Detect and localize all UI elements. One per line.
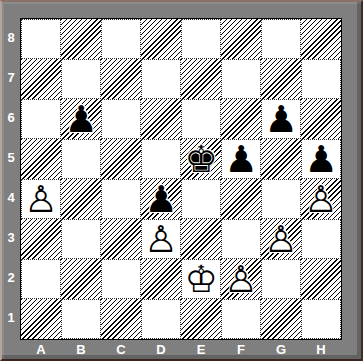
board: ♟♟♚♟♟♟♙♟♟♙♟♙♟♙♚♔♟♙ bbox=[20, 18, 342, 340]
white-pawn[interactable]: ♟♙ bbox=[304, 181, 337, 218]
square-c4[interactable] bbox=[101, 179, 141, 219]
square-d1[interactable] bbox=[141, 299, 181, 339]
square-c7[interactable] bbox=[101, 59, 141, 99]
square-c5[interactable] bbox=[101, 139, 141, 179]
square-g8[interactable] bbox=[261, 19, 301, 59]
file-label-h: H bbox=[301, 341, 341, 359]
square-d3[interactable]: ♟♙ bbox=[141, 219, 181, 259]
white-pawn-outline: ♙ bbox=[304, 178, 337, 221]
white-pawn[interactable]: ♟♙ bbox=[264, 221, 297, 258]
white-pawn-outline: ♙ bbox=[144, 218, 177, 261]
black-pawn[interactable]: ♟ bbox=[64, 101, 97, 138]
square-e5[interactable]: ♚ bbox=[181, 139, 221, 179]
square-f7[interactable] bbox=[221, 59, 261, 99]
square-b4[interactable] bbox=[61, 179, 101, 219]
square-b1[interactable] bbox=[61, 299, 101, 339]
square-b6[interactable]: ♟ bbox=[61, 99, 101, 139]
square-e6[interactable] bbox=[181, 99, 221, 139]
square-a6[interactable] bbox=[21, 99, 61, 139]
rank-label-5: 5 bbox=[2, 138, 20, 178]
square-g7[interactable] bbox=[261, 59, 301, 99]
white-pawn-outline: ♙ bbox=[224, 258, 257, 301]
square-g2[interactable] bbox=[261, 259, 301, 299]
square-d2[interactable] bbox=[141, 259, 181, 299]
square-d7[interactable] bbox=[141, 59, 181, 99]
square-a5[interactable] bbox=[21, 139, 61, 179]
file-label-g: G bbox=[261, 341, 301, 359]
square-a4[interactable]: ♟♙ bbox=[21, 179, 61, 219]
square-h7[interactable] bbox=[301, 59, 341, 99]
square-f6[interactable] bbox=[221, 99, 261, 139]
black-king[interactable]: ♚ bbox=[184, 141, 217, 178]
square-f1[interactable] bbox=[221, 299, 261, 339]
file-label-f: F bbox=[221, 341, 261, 359]
file-label-e: E bbox=[181, 341, 221, 359]
white-pawn[interactable]: ♟♙ bbox=[24, 181, 57, 218]
chess-diagram: ♟♟♚♟♟♟♙♟♟♙♟♙♟♙♚♔♟♙ 87654321 ABCDEFGH bbox=[0, 0, 363, 361]
square-d4[interactable]: ♟ bbox=[141, 179, 181, 219]
rank-label-6: 6 bbox=[2, 98, 20, 138]
square-a2[interactable] bbox=[21, 259, 61, 299]
square-f5[interactable]: ♟ bbox=[221, 139, 261, 179]
square-c8[interactable] bbox=[101, 19, 141, 59]
white-pawn[interactable]: ♟♙ bbox=[224, 261, 257, 298]
square-a7[interactable] bbox=[21, 59, 61, 99]
square-c2[interactable] bbox=[101, 259, 141, 299]
file-label-b: B bbox=[61, 341, 101, 359]
file-label-a: A bbox=[21, 341, 61, 359]
square-f2[interactable]: ♟♙ bbox=[221, 259, 261, 299]
square-d8[interactable] bbox=[141, 19, 181, 59]
square-h1[interactable] bbox=[301, 299, 341, 339]
square-d6[interactable] bbox=[141, 99, 181, 139]
square-f4[interactable] bbox=[221, 179, 261, 219]
square-g6[interactable]: ♟ bbox=[261, 99, 301, 139]
rank-label-4: 4 bbox=[2, 178, 20, 218]
square-d5[interactable] bbox=[141, 139, 181, 179]
square-a3[interactable] bbox=[21, 219, 61, 259]
black-pawn[interactable]: ♟ bbox=[144, 181, 177, 218]
rank-label-7: 7 bbox=[2, 58, 20, 98]
white-pawn-outline: ♙ bbox=[264, 218, 297, 261]
white-king-outline: ♔ bbox=[184, 258, 217, 301]
square-e1[interactable] bbox=[181, 299, 221, 339]
square-h5[interactable]: ♟ bbox=[301, 139, 341, 179]
square-c1[interactable] bbox=[101, 299, 141, 339]
square-e4[interactable] bbox=[181, 179, 221, 219]
square-e2[interactable]: ♚♔ bbox=[181, 259, 221, 299]
black-pawn[interactable]: ♟ bbox=[264, 101, 297, 138]
white-king[interactable]: ♚♔ bbox=[184, 261, 217, 298]
rank-label-3: 3 bbox=[2, 218, 20, 258]
square-f3[interactable] bbox=[221, 219, 261, 259]
square-c6[interactable] bbox=[101, 99, 141, 139]
square-h2[interactable] bbox=[301, 259, 341, 299]
square-h3[interactable] bbox=[301, 219, 341, 259]
square-g3[interactable]: ♟♙ bbox=[261, 219, 301, 259]
square-b5[interactable] bbox=[61, 139, 101, 179]
square-b7[interactable] bbox=[61, 59, 101, 99]
black-pawn[interactable]: ♟ bbox=[224, 141, 257, 178]
square-g4[interactable] bbox=[261, 179, 301, 219]
square-h8[interactable] bbox=[301, 19, 341, 59]
rank-label-1: 1 bbox=[2, 298, 20, 338]
square-a1[interactable] bbox=[21, 299, 61, 339]
square-e3[interactable] bbox=[181, 219, 221, 259]
square-g5[interactable] bbox=[261, 139, 301, 179]
white-pawn-outline: ♙ bbox=[24, 178, 57, 221]
square-c3[interactable] bbox=[101, 219, 141, 259]
square-e8[interactable] bbox=[181, 19, 221, 59]
square-e7[interactable] bbox=[181, 59, 221, 99]
file-label-d: D bbox=[141, 341, 181, 359]
rank-label-8: 8 bbox=[2, 18, 20, 58]
square-h4[interactable]: ♟♙ bbox=[301, 179, 341, 219]
square-b3[interactable] bbox=[61, 219, 101, 259]
square-f8[interactable] bbox=[221, 19, 261, 59]
square-a8[interactable] bbox=[21, 19, 61, 59]
square-g1[interactable] bbox=[261, 299, 301, 339]
black-pawn[interactable]: ♟ bbox=[304, 141, 337, 178]
square-h6[interactable] bbox=[301, 99, 341, 139]
file-label-c: C bbox=[101, 341, 141, 359]
square-b8[interactable] bbox=[61, 19, 101, 59]
square-b2[interactable] bbox=[61, 259, 101, 299]
white-pawn[interactable]: ♟♙ bbox=[144, 221, 177, 258]
rank-label-2: 2 bbox=[2, 258, 20, 298]
